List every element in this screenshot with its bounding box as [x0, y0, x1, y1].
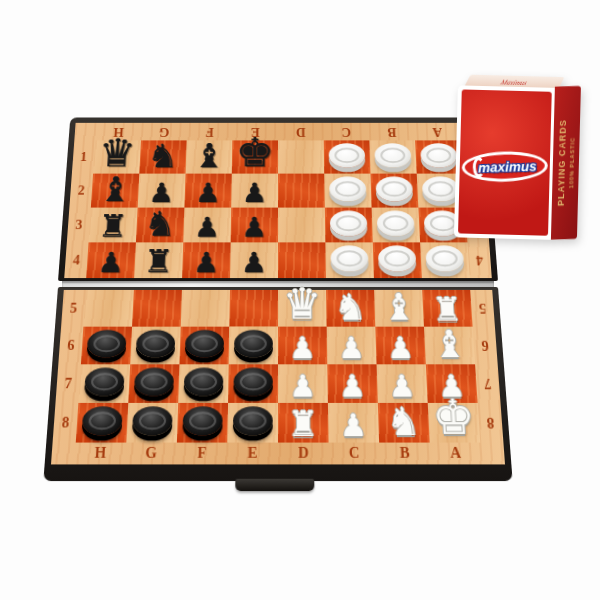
black-pawn-g2: ♟: [148, 180, 174, 207]
black-checker-g8: [132, 406, 173, 435]
file-label-g: G: [125, 443, 177, 465]
white-pawn-c8: ♟: [339, 410, 367, 441]
border-corner: [51, 443, 76, 465]
square-a4: [420, 242, 470, 278]
file-label-d: D: [278, 443, 329, 465]
border-corner: [74, 123, 96, 141]
rank-label-8: 8: [53, 403, 79, 443]
square-b6: ♟: [375, 327, 426, 365]
white-pawn-b6: ♟: [387, 334, 415, 364]
brand-name: maximus: [478, 159, 537, 176]
rank-label-7: 7: [475, 364, 500, 403]
square-h6: [81, 327, 132, 365]
square-d8: ♜: [278, 403, 329, 443]
file-label-d: D: [278, 123, 324, 141]
board-top-playing-surface: HGFEDCBA1♛♞♝♚12♝♟♟♟23♜♞♟♟34♟♜♟♟4: [64, 123, 492, 278]
file-label-b: B: [369, 123, 415, 141]
file-label-c: C: [323, 123, 369, 141]
square-b8: ♞: [378, 403, 430, 443]
square-c4: [325, 242, 374, 278]
black-rook-h3: ♜: [98, 210, 129, 241]
square-c1: [324, 140, 371, 173]
square-g5: [132, 290, 182, 327]
rank-label-8: 8: [478, 403, 504, 443]
square-c2: [324, 174, 371, 208]
white-pawn-a7: ♟: [437, 372, 466, 402]
file-label-h: H: [95, 123, 142, 141]
board-latch: [235, 479, 314, 491]
square-g6: [130, 327, 181, 365]
square-f7: [178, 364, 229, 403]
square-c6: ♟: [327, 327, 377, 365]
black-queen-h1: ♛: [98, 134, 137, 172]
white-checker-b2: [375, 176, 413, 201]
card-box-top-text: Maximus: [499, 78, 529, 87]
white-checker-b4: [378, 245, 417, 271]
square-g3: ♞: [136, 208, 185, 243]
square-f6: [179, 327, 229, 365]
white-pawn-d7: ♟: [289, 372, 316, 402]
black-pawn-e3: ♟: [242, 214, 268, 241]
file-label-a: A: [414, 123, 461, 141]
black-checker-f6: [185, 330, 224, 357]
white-checker-b3: [377, 210, 415, 235]
folding-chess-checkers-board: HGFEDCBA1♛♞♝♚12♝♟♟♟23♜♞♟♟34♟♜♟♟4 5♛♞♝♜56…: [58, 104, 498, 473]
product-photo: HGFEDCBA1♛♞♝♚12♝♟♟♟23♜♞♟♟34♟♜♟♟4 5♛♞♝♜56…: [0, 0, 600, 600]
card-box-side-subtext: 100% PLASTIC: [568, 137, 575, 188]
black-knight-g1: ♞: [147, 140, 179, 172]
white-pawn-b7: ♟: [388, 372, 416, 402]
border-corner: [480, 443, 505, 465]
square-g1: ♞: [139, 140, 186, 173]
maximus-logo: maximus: [461, 151, 548, 183]
rank-label-1: 1: [72, 140, 95, 173]
square-h8: [76, 403, 129, 443]
black-checker-h8: [82, 406, 123, 435]
black-knight-g3: ♞: [144, 208, 177, 242]
file-label-e: E: [232, 123, 278, 141]
black-bishop-h2: ♝: [98, 173, 132, 207]
square-e3: ♟: [231, 208, 278, 243]
file-label-c: C: [329, 443, 380, 465]
black-checker-h7: [84, 367, 125, 395]
square-e8: [227, 403, 278, 443]
square-e5: [229, 290, 278, 327]
file-label-g: G: [141, 123, 187, 141]
black-checker-e7: [233, 367, 272, 395]
square-f8: [177, 403, 228, 443]
card-box-side-text: PLAYING CARDS: [556, 119, 568, 206]
square-g2: ♟: [138, 174, 186, 208]
square-f2: ♟: [184, 174, 231, 208]
square-g4: ♜: [134, 242, 183, 278]
black-bishop-f1: ♝: [193, 140, 226, 173]
black-pawn-h4: ♟: [97, 249, 124, 277]
black-checker-e8: [233, 406, 273, 435]
square-h4: ♟: [86, 242, 136, 278]
board-bottom-half: 5♛♞♝♜56♟♟♟♝67♟♟♟♟78♜♟♞♚8HGFEDCBA: [43, 287, 512, 481]
square-d4: [278, 242, 326, 278]
white-knight-b8: ♞: [386, 403, 421, 442]
black-pawn-e4: ♟: [241, 249, 267, 277]
square-e4: ♟: [230, 242, 278, 278]
square-h3: ♜: [89, 208, 138, 243]
square-c8: ♟: [328, 403, 379, 443]
rank-label-6: 6: [58, 327, 83, 365]
square-f4: ♟: [182, 242, 231, 278]
white-checker-c3: [330, 210, 368, 235]
rank-label-5: 5: [61, 290, 86, 327]
square-b3: [372, 208, 421, 243]
white-checker-a4: [425, 245, 464, 271]
square-h5: [83, 290, 133, 327]
white-bishop-a6: ♝: [431, 326, 467, 364]
square-a6: ♝: [424, 327, 475, 365]
file-label-a: A: [430, 443, 482, 465]
black-checker-f8: [182, 406, 222, 435]
black-pawn-f3: ♟: [194, 214, 220, 241]
rank-label-6: 6: [473, 327, 498, 365]
file-label-h: H: [74, 443, 126, 465]
black-pawn-e2: ♟: [242, 180, 267, 207]
square-a8: ♚: [428, 403, 481, 443]
square-e6: [229, 327, 278, 365]
square-a7: ♟: [426, 364, 478, 403]
black-checker-g7: [134, 367, 174, 395]
square-c5: ♞: [326, 290, 375, 327]
square-b2: [370, 174, 418, 208]
square-c7: ♟: [327, 364, 378, 403]
square-d3: [278, 208, 325, 243]
rank-label-5: 5: [470, 290, 495, 327]
rank-label-3: 3: [67, 208, 91, 243]
square-d1: [278, 140, 324, 173]
square-b5: ♝: [374, 290, 424, 327]
white-pawn-c6: ♟: [338, 334, 365, 364]
black-checker-f7: [184, 367, 224, 395]
square-b1: [369, 140, 416, 173]
white-pawn-d6: ♟: [289, 334, 316, 364]
card-box-side-face: PLAYING CARDS 100% PLASTIC: [551, 86, 581, 240]
black-pawn-f2: ♟: [195, 180, 221, 207]
square-b7: ♟: [377, 364, 428, 403]
square-d5: ♛: [278, 290, 327, 327]
rank-label-4: 4: [64, 242, 88, 278]
white-rook-d8: ♜: [288, 406, 319, 441]
card-box-front-face: maximus: [454, 85, 556, 240]
rank-label-7: 7: [55, 364, 80, 403]
file-label-f: F: [187, 123, 233, 141]
square-f3: ♟: [183, 208, 231, 243]
board-bottom-playing-surface: 5♛♞♝♜56♟♟♟♝67♟♟♟♟78♜♟♞♚8HGFEDCBA: [51, 290, 505, 465]
black-rook-g4: ♜: [143, 245, 174, 277]
square-d6: ♟: [278, 327, 327, 365]
square-h7: [78, 364, 130, 403]
white-rook-a5: ♜: [432, 293, 464, 326]
square-d7: ♟: [278, 364, 328, 403]
square-h1: ♛: [93, 140, 141, 173]
square-f1: ♝: [186, 140, 233, 173]
black-pawn-f4: ♟: [193, 249, 220, 277]
square-c3: [325, 208, 373, 243]
square-d2: [278, 174, 325, 208]
square-e7: [228, 364, 278, 403]
white-bishop-b5: ♝: [381, 289, 416, 326]
black-checker-g6: [136, 330, 176, 357]
rank-label-2: 2: [69, 174, 93, 208]
white-knight-c5: ♞: [334, 290, 367, 326]
square-h2: ♝: [91, 174, 139, 208]
file-label-f: F: [176, 443, 227, 465]
card-box-front-panel: maximus: [458, 89, 552, 235]
black-checker-e6: [234, 330, 273, 357]
white-checker-a1: [420, 143, 458, 167]
rank-label-4: 4: [467, 242, 491, 278]
square-b4: [373, 242, 422, 278]
white-checker-b1: [374, 143, 411, 167]
playing-cards-box: Maximus maximus PLAYING CARDS 100% PLAST…: [454, 74, 586, 243]
white-pawn-c7: ♟: [339, 372, 367, 402]
square-g8: [126, 403, 178, 443]
black-checker-h6: [87, 330, 127, 357]
board-top-half: HGFEDCBA1♛♞♝♚12♝♟♟♟23♜♞♟♟34♟♜♟♟4: [58, 118, 498, 281]
square-g7: [128, 364, 179, 403]
square-a5: ♜: [422, 290, 472, 327]
file-label-e: E: [227, 443, 278, 465]
square-f5: [181, 290, 230, 327]
white-queen-d5: ♛: [283, 283, 322, 326]
file-label-b: B: [379, 443, 431, 465]
white-checker-c2: [329, 176, 366, 201]
white-checker-c1: [328, 143, 365, 167]
white-checker-c4: [330, 245, 368, 271]
square-e1: ♚: [232, 140, 278, 173]
square-e2: ♟: [231, 174, 278, 208]
